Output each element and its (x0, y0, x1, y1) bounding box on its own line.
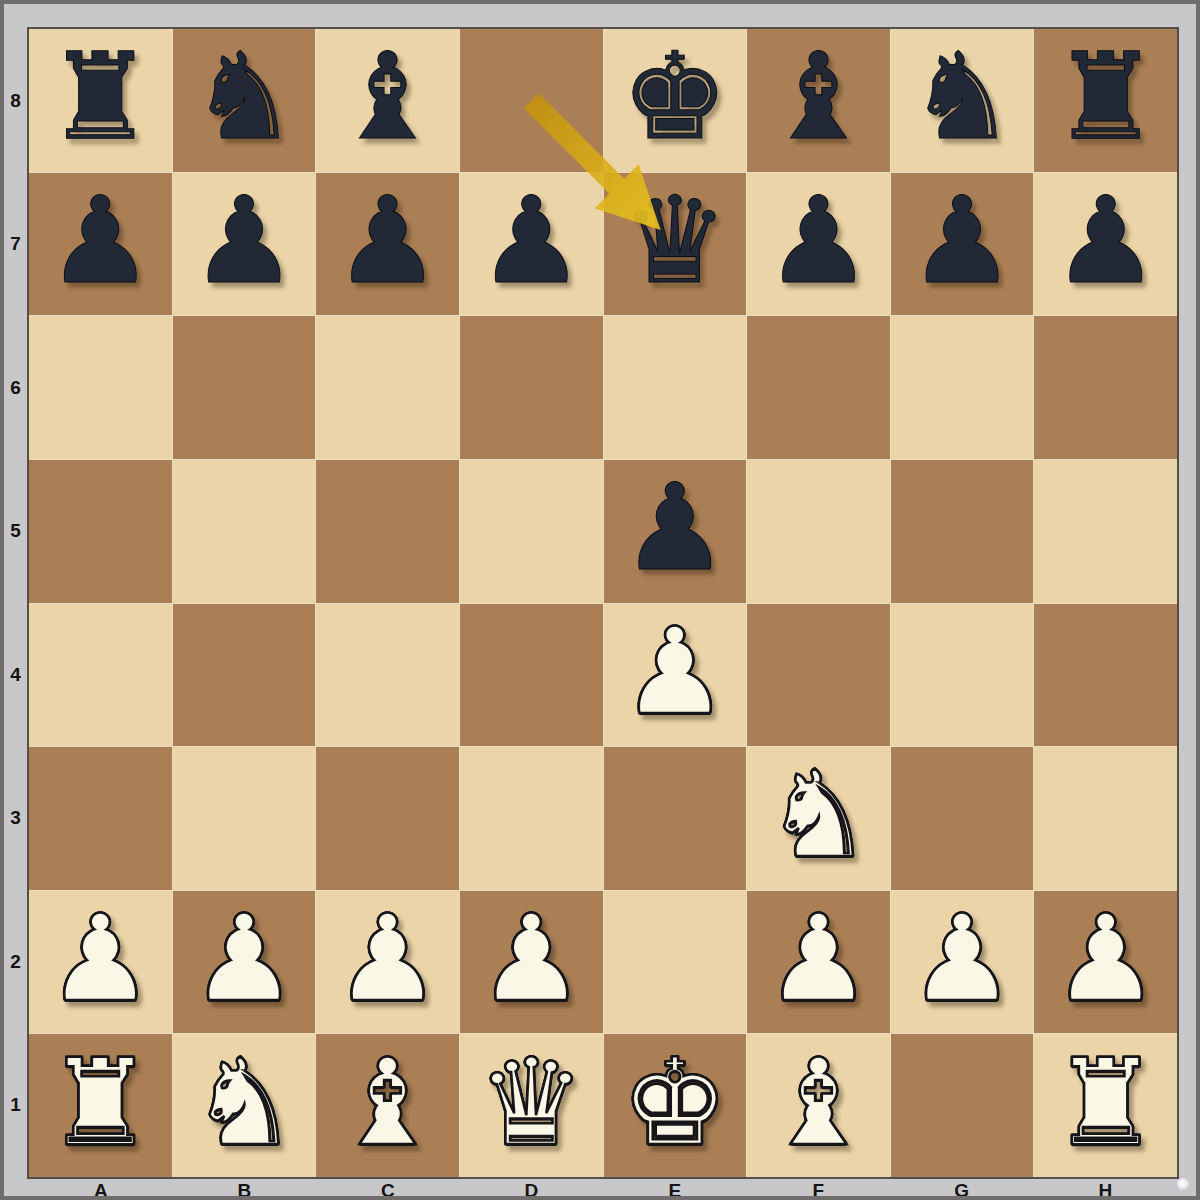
white-rook: ♜ (1052, 1043, 1160, 1163)
black-knight: ♞ (908, 37, 1016, 157)
white-rook: ♜ (47, 1043, 155, 1163)
file-label-a: A (29, 1181, 173, 1200)
square-e8[interactable]: ♚ (604, 29, 747, 172)
black-pawn: ♟ (1052, 181, 1160, 301)
square-e2[interactable] (604, 891, 747, 1034)
black-rook: ♜ (1052, 37, 1160, 157)
square-d6[interactable] (460, 316, 603, 459)
square-a3[interactable] (29, 747, 172, 890)
square-g2[interactable]: ♟ (891, 891, 1034, 1034)
square-h2[interactable]: ♟ (1034, 891, 1177, 1034)
square-d2[interactable]: ♟ (460, 891, 603, 1034)
square-e4[interactable]: ♟ (604, 604, 747, 747)
rank-label-8: 8 (4, 29, 27, 173)
rank-label-3: 3 (4, 747, 27, 891)
square-b1[interactable]: ♞ (173, 1034, 316, 1177)
square-h6[interactable] (1034, 316, 1177, 459)
white-pawn: ♟ (47, 899, 155, 1019)
file-label-e: E (603, 1181, 747, 1200)
square-g5[interactable] (891, 460, 1034, 603)
square-b4[interactable] (173, 604, 316, 747)
white-bishop: ♝ (334, 1043, 442, 1163)
square-b6[interactable] (173, 316, 316, 459)
black-bishop: ♝ (334, 37, 442, 157)
chess-app-window: 87654321 ♜♞♝♚♝♞♜♟♟♟♟♛♟♟♟♟♟♞♟♟♟♟♟♟♟♜♞♝♛♚♝… (0, 0, 1200, 1200)
square-a6[interactable] (29, 316, 172, 459)
square-e3[interactable] (604, 747, 747, 890)
black-queen: ♛ (621, 181, 729, 301)
square-c2[interactable]: ♟ (316, 891, 459, 1034)
white-pawn: ♟ (190, 899, 298, 1019)
square-h5[interactable] (1034, 460, 1177, 603)
square-c3[interactable] (316, 747, 459, 890)
square-e1[interactable]: ♚ (604, 1034, 747, 1177)
file-label-f: F (747, 1181, 891, 1200)
square-a7[interactable]: ♟ (29, 173, 172, 316)
square-d8[interactable] (460, 29, 603, 172)
black-knight: ♞ (190, 37, 298, 157)
rank-label-7: 7 (4, 173, 27, 317)
white-pawn: ♟ (477, 899, 585, 1019)
square-g8[interactable]: ♞ (891, 29, 1034, 172)
square-c1[interactable]: ♝ (316, 1034, 459, 1177)
square-a8[interactable]: ♜ (29, 29, 172, 172)
black-pawn: ♟ (908, 181, 1016, 301)
white-pawn: ♟ (334, 899, 442, 1019)
square-a1[interactable]: ♜ (29, 1034, 172, 1177)
board-outline: ♜♞♝♚♝♞♜♟♟♟♟♛♟♟♟♟♟♞♟♟♟♟♟♟♟♜♞♝♛♚♝♜ (27, 27, 1179, 1179)
square-h1[interactable]: ♜ (1034, 1034, 1177, 1177)
file-label-h: H (1034, 1181, 1178, 1200)
square-b5[interactable] (173, 460, 316, 603)
square-f7[interactable]: ♟ (747, 173, 890, 316)
square-h7[interactable]: ♟ (1034, 173, 1177, 316)
white-pawn: ♟ (621, 612, 729, 732)
chess-board: ♜♞♝♚♝♞♜♟♟♟♟♛♟♟♟♟♟♞♟♟♟♟♟♟♟♜♞♝♛♚♝♜ (29, 29, 1177, 1177)
square-b8[interactable]: ♞ (173, 29, 316, 172)
square-e5[interactable]: ♟ (604, 460, 747, 603)
square-f3[interactable]: ♞ (747, 747, 890, 890)
file-label-b: B (173, 1181, 317, 1200)
square-c4[interactable] (316, 604, 459, 747)
black-rook: ♜ (47, 37, 155, 157)
square-g6[interactable] (891, 316, 1034, 459)
white-knight: ♞ (765, 755, 873, 875)
square-g7[interactable]: ♟ (891, 173, 1034, 316)
square-c6[interactable] (316, 316, 459, 459)
square-d3[interactable] (460, 747, 603, 890)
black-king: ♚ (621, 37, 729, 157)
square-e6[interactable] (604, 316, 747, 459)
square-f8[interactable]: ♝ (747, 29, 890, 172)
file-label-c: C (316, 1181, 460, 1200)
square-h8[interactable]: ♜ (1034, 29, 1177, 172)
square-g1[interactable] (891, 1034, 1034, 1177)
square-d5[interactable] (460, 460, 603, 603)
square-d7[interactable]: ♟ (460, 173, 603, 316)
black-pawn: ♟ (477, 181, 585, 301)
square-e7[interactable]: ♛ (604, 173, 747, 316)
file-label-d: D (460, 1181, 604, 1200)
square-f2[interactable]: ♟ (747, 891, 890, 1034)
corner-dot (1177, 1178, 1189, 1190)
square-b7[interactable]: ♟ (173, 173, 316, 316)
black-pawn: ♟ (621, 468, 729, 588)
white-bishop: ♝ (765, 1043, 873, 1163)
square-c8[interactable]: ♝ (316, 29, 459, 172)
square-h4[interactable] (1034, 604, 1177, 747)
white-pawn: ♟ (765, 899, 873, 1019)
rank-labels: 87654321 (4, 29, 27, 1177)
rank-label-6: 6 (4, 316, 27, 460)
square-d1[interactable]: ♛ (460, 1034, 603, 1177)
square-a2[interactable]: ♟ (29, 891, 172, 1034)
square-c7[interactable]: ♟ (316, 173, 459, 316)
square-f5[interactable] (747, 460, 890, 603)
square-g3[interactable] (891, 747, 1034, 890)
black-pawn: ♟ (47, 181, 155, 301)
rank-label-4: 4 (4, 603, 27, 747)
square-b2[interactable]: ♟ (173, 891, 316, 1034)
white-king: ♚ (621, 1043, 729, 1163)
black-pawn: ♟ (334, 181, 442, 301)
black-pawn: ♟ (190, 181, 298, 301)
file-label-g: G (890, 1181, 1034, 1200)
rank-label-1: 1 (4, 1034, 27, 1178)
square-d4[interactable] (460, 604, 603, 747)
black-bishop: ♝ (765, 37, 873, 157)
file-labels: ABCDEFGH (29, 1181, 1177, 1200)
white-pawn: ♟ (1052, 899, 1160, 1019)
rank-label-5: 5 (4, 460, 27, 604)
square-f6[interactable] (747, 316, 890, 459)
square-a4[interactable] (29, 604, 172, 747)
white-knight: ♞ (190, 1043, 298, 1163)
rank-label-2: 2 (4, 890, 27, 1034)
white-pawn: ♟ (908, 899, 1016, 1019)
square-g4[interactable] (891, 604, 1034, 747)
square-h3[interactable] (1034, 747, 1177, 890)
square-c5[interactable] (316, 460, 459, 603)
square-f4[interactable] (747, 604, 890, 747)
square-f1[interactable]: ♝ (747, 1034, 890, 1177)
square-a5[interactable] (29, 460, 172, 603)
black-pawn: ♟ (765, 181, 873, 301)
white-queen: ♛ (477, 1043, 585, 1163)
square-b3[interactable] (173, 747, 316, 890)
